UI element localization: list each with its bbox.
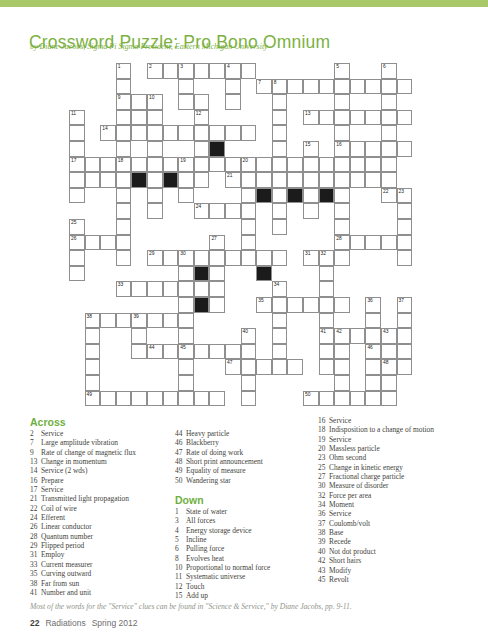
clue-text: State of water (186, 507, 227, 516)
grid-cell (147, 313, 163, 329)
black-cell (256, 188, 272, 204)
grid-cell (303, 79, 319, 95)
clue-number-label: 22 (30, 504, 41, 513)
grid-cell: 42 (334, 328, 350, 344)
clue-number-label: 2 (30, 429, 41, 438)
grid-cell (225, 94, 241, 110)
clue-text: Evolves heat (186, 554, 224, 563)
clue-across-24: 24Efferent (30, 513, 172, 522)
grid-cell (209, 63, 225, 79)
clue-number: 18 (118, 158, 123, 164)
clue-number: 40 (243, 329, 248, 335)
clue-number: 49 (87, 392, 92, 398)
clue-number-label: 41 (30, 588, 41, 597)
grid-cell (287, 297, 303, 313)
grid-cell (147, 188, 163, 204)
clue-across-26: 26Linear conductor (30, 522, 172, 531)
grid-cell (241, 188, 257, 204)
clue-number-label: 48 (175, 457, 186, 466)
clue-down-34: 34Moment (318, 500, 483, 509)
clue-number: 22 (383, 189, 388, 195)
clue-down-45: 45Revolt (318, 575, 483, 584)
grid-cell (178, 281, 194, 297)
clue-number-label: 16 (30, 476, 41, 485)
clue-number-label: 11 (175, 572, 186, 581)
grid-cell (69, 172, 85, 188)
clue-down-36: 36Service (318, 509, 483, 518)
clue-number: 6 (383, 64, 386, 70)
clue-number-label: 43 (318, 566, 329, 575)
grid-cell (85, 172, 101, 188)
grid-cell (194, 63, 210, 79)
grid-cell (209, 391, 225, 407)
clue-across-13: 13Change in momentum (30, 457, 172, 466)
black-cell (194, 266, 210, 282)
grid-cell (163, 313, 179, 329)
grid-cell (194, 94, 210, 110)
grid-cell (272, 250, 288, 266)
clue-number-label: 25 (318, 463, 329, 472)
clue-across-38: 38Far from sun (30, 579, 172, 588)
grid-cell (397, 235, 413, 251)
clue-number: 43 (383, 329, 388, 335)
grid-cell: 32 (319, 250, 335, 266)
clue-text: Transmitted light propagation (41, 494, 129, 503)
clue-text: Short hairs (329, 556, 361, 565)
grid-cell (147, 172, 163, 188)
grid-cell (365, 235, 381, 251)
grid-cell (209, 344, 225, 360)
clue-number-label: 35 (30, 569, 41, 578)
grid-cell (397, 203, 413, 219)
clue-number: 13 (305, 111, 310, 117)
grid-cell (365, 157, 381, 173)
clue-down-16: 16Service (318, 416, 483, 425)
grid-cell (100, 157, 116, 173)
grid-cell (303, 188, 319, 204)
grid-cell: 48 (381, 359, 397, 375)
grid-cell (209, 297, 225, 313)
clue-text: Moment (329, 500, 354, 509)
grid-cell (178, 79, 194, 95)
grid-cell (116, 79, 132, 95)
clue-number-label: 18 (318, 425, 329, 434)
grid-cell: 27 (209, 235, 225, 251)
grid-cell (334, 359, 350, 375)
grid-cell (178, 297, 194, 313)
grid-cell (365, 359, 381, 375)
clue-number-label: 37 (318, 519, 329, 528)
clue-across-41: 41Number and unit (30, 588, 172, 597)
down-clue-list: 1State of water3All forces4Energy storag… (175, 507, 315, 600)
grid-cell (319, 266, 335, 282)
grid-cell: 49 (85, 391, 101, 407)
grid-cell (272, 188, 288, 204)
clue-down-32: 32Force per area (318, 491, 483, 500)
clue-number: 42 (336, 329, 341, 335)
clue-down-40: 40Not dot product (318, 547, 483, 556)
grid-cell (334, 250, 350, 266)
clue-number: 35 (258, 298, 263, 304)
grid-cell: 12 (194, 110, 210, 126)
black-cell (131, 172, 147, 188)
black-cell (194, 297, 210, 313)
grid-cell (397, 79, 413, 95)
grid-cell (178, 313, 194, 329)
grid-cell (381, 110, 397, 126)
grid-cell (225, 157, 241, 173)
grid-cell (209, 266, 225, 282)
clue-down-39: 39Recede (318, 537, 483, 546)
clue-across-50: 50Wandering star (175, 476, 315, 485)
clue-down-42: 42Short hairs (318, 556, 483, 565)
clue-down-5: 5Incline (175, 535, 315, 544)
grid-cell: 39 (131, 313, 147, 329)
grid-cell (194, 125, 210, 141)
clue-text: Systematic universe (186, 572, 245, 581)
grid-cell (319, 172, 335, 188)
grid-cell (131, 328, 147, 344)
grid-cell (241, 359, 257, 375)
clue-down-25: 25Change in kinetic energy (318, 463, 483, 472)
grid-cell: 41 (319, 328, 335, 344)
grid-cell: 15 (303, 141, 319, 157)
grid-cell (194, 172, 210, 188)
grid-cell (397, 110, 413, 126)
clue-text: Service (41, 429, 63, 438)
clue-number-label: 12 (175, 582, 186, 591)
clue-number-label: 19 (318, 435, 329, 444)
clue-number: 27 (211, 236, 216, 242)
grid-cell (350, 157, 366, 173)
grid-cell (381, 157, 397, 173)
clue-text: All forces (186, 516, 215, 525)
clue-number-label: 1 (175, 507, 186, 516)
grid-cell (194, 281, 210, 297)
grid-cell: 4 (225, 63, 241, 79)
grid-cell: 47 (225, 359, 241, 375)
grid-cell (256, 172, 272, 188)
black-cell (163, 172, 179, 188)
clue-number-label: 5 (175, 535, 186, 544)
clue-down-23: 23Ohm second (318, 453, 483, 462)
grid-cell (319, 391, 335, 407)
clue-number: 9 (118, 95, 121, 101)
grid-cell: 16 (334, 141, 350, 157)
grid-cell: 50 (303, 391, 319, 407)
clue-text: Measure of disorder (329, 481, 389, 490)
grid-cell (365, 375, 381, 391)
grid-cell (209, 125, 225, 141)
grid-cell (241, 375, 257, 391)
clue-down-15: 15Add up (175, 591, 315, 600)
across-clue-list-continued: 44Heavy particle46Blackberry47Rate of do… (175, 429, 315, 485)
clue-down-10: 10Proportional to normal force (175, 563, 315, 572)
grid-cell: 33 (116, 281, 132, 297)
page-footer: 22RadiationsSpring 2012 (30, 618, 137, 628)
page-number: 22 (30, 618, 39, 628)
grid-cell (131, 125, 147, 141)
grid-cell (319, 359, 335, 375)
grid-cell (381, 94, 397, 110)
grid-cell (397, 344, 413, 360)
clue-across-9: 9Rate of change of magnetic flux (30, 448, 172, 457)
grid-cell (365, 328, 381, 344)
clue-text: Service (329, 509, 351, 518)
clue-number: 29 (149, 251, 154, 257)
grid-cell (365, 313, 381, 329)
clue-number-label: 45 (318, 575, 329, 584)
clue-text: Fractional charge particle (329, 472, 404, 481)
grid-cell (334, 188, 350, 204)
grid-cell: 2 (147, 63, 163, 79)
grid-cell: 29 (147, 250, 163, 266)
clue-text: Service (329, 435, 351, 444)
clue-number: 25 (71, 220, 76, 226)
clue-number-label: 46 (175, 438, 186, 447)
clue-down-20: 20Massless particle (318, 444, 483, 453)
grid-cell: 11 (69, 110, 85, 126)
grid-cell (256, 157, 272, 173)
grid-cell (334, 297, 350, 313)
grid-cell: 1 (116, 63, 132, 79)
grid-cell (350, 235, 366, 251)
clue-number-label: 33 (30, 560, 41, 569)
clue-text: Number and unit (41, 588, 91, 597)
grid-cell: 18 (116, 157, 132, 173)
grid-cell (241, 172, 257, 188)
grid-cell (178, 359, 194, 375)
column-spacer (175, 485, 315, 494)
grid-cell (365, 79, 381, 95)
grid-cell (272, 297, 288, 313)
clue-number: 38 (87, 314, 92, 320)
clue-down-27: 27Fractional charge particle (318, 472, 483, 481)
grid-cell (131, 281, 147, 297)
grid-cell (334, 79, 350, 95)
grid-cell (131, 391, 147, 407)
grid-cell: 31 (303, 250, 319, 266)
clue-number-label: 16 (318, 416, 329, 425)
clue-number-label: 44 (175, 429, 186, 438)
clue-text: Base (329, 528, 343, 537)
grid-cell (178, 125, 194, 141)
grid-cell (287, 157, 303, 173)
clue-text: Not dot product (329, 547, 376, 556)
clue-across-14: 14Service (2 wds) (30, 466, 172, 475)
clue-text: Prepare (41, 476, 64, 485)
grid-cell (365, 110, 381, 126)
grid-cell (272, 203, 288, 219)
grid-cell: 30 (178, 250, 194, 266)
clue-text: Energy storage device (186, 526, 252, 535)
black-cell (209, 141, 225, 157)
grid-cell (272, 219, 288, 235)
magazine-name: Radiations (45, 618, 85, 628)
grid-cell: 14 (100, 125, 116, 141)
clue-down-19: 19Service (318, 435, 483, 444)
clue-text: Quantum number (41, 532, 93, 541)
clue-number: 17 (71, 158, 76, 164)
clue-across-33: 33Current measurer (30, 560, 172, 569)
grid-cell (100, 313, 116, 329)
grid-cell (303, 203, 319, 219)
clue-number: 41 (321, 329, 326, 335)
grid-cell: 10 (147, 94, 163, 110)
grid-cell: 35 (256, 297, 272, 313)
clue-number: 7 (258, 80, 261, 86)
grid-cell (256, 250, 272, 266)
grid-cell (241, 63, 257, 79)
clue-number: 26 (71, 236, 76, 242)
clue-number: 14 (102, 126, 107, 132)
grid-cell (287, 359, 303, 375)
clue-number-label: 14 (30, 466, 41, 475)
grid-cell (319, 110, 335, 126)
clue-across-44: 44Heavy particle (175, 429, 315, 438)
grid-cell (116, 188, 132, 204)
clue-text: Incline (186, 535, 207, 544)
clue-number-label: 10 (175, 563, 186, 572)
grid-cell (163, 281, 179, 297)
clue-number: 24 (196, 204, 201, 210)
clue-number-label: 13 (30, 457, 41, 466)
clue-text: Linear conductor (41, 522, 92, 531)
byline: by Diane Jacobs, Sigma Pi Sigma Presiden… (30, 42, 268, 51)
clue-text: Service (329, 416, 351, 425)
clue-text: Touch (186, 582, 204, 591)
grid-cell (209, 281, 225, 297)
grid-cell (69, 266, 85, 282)
middle-clue-column: 44Heavy particle46Blackberry47Rate of do… (175, 429, 315, 601)
grid-cell: 45 (178, 344, 194, 360)
issue-label: Spring 2012 (92, 618, 138, 628)
grid-cell: 3 (178, 63, 194, 79)
grid-cell (381, 141, 397, 157)
black-cell (287, 188, 303, 204)
clue-text: Wandering star (186, 476, 231, 485)
clue-across-28: 28Quantum number (30, 532, 172, 541)
grid-cell (365, 391, 381, 407)
clue-number-label: 7 (30, 438, 41, 447)
grid-cell: 38 (85, 313, 101, 329)
grid-cell (272, 141, 288, 157)
grid-cell (163, 391, 179, 407)
grid-cell (319, 157, 335, 173)
grid-cell (241, 203, 257, 219)
clue-number: 20 (243, 158, 248, 164)
grid-cell (381, 125, 397, 141)
clue-text: Recede (329, 537, 351, 546)
grid-cell (116, 219, 132, 235)
grid-cell (131, 94, 147, 110)
grid-cell (334, 172, 350, 188)
grid-cell (116, 235, 132, 251)
grid-cell (241, 219, 257, 235)
grid-cell (163, 125, 179, 141)
clue-number-label: 40 (318, 547, 329, 556)
grid-cell (116, 125, 132, 141)
grid-cell (319, 313, 335, 329)
clue-number-label: 23 (318, 453, 329, 462)
grid-cell (350, 172, 366, 188)
clue-number: 8 (274, 80, 277, 86)
clue-text: Efferent (41, 513, 65, 522)
clue-text: Rate of doing work (186, 448, 243, 457)
clue-number: 19 (180, 158, 185, 164)
grid-cell (334, 375, 350, 391)
clue-down-6: 6Pulling force (175, 544, 315, 553)
clue-number-label: 50 (175, 476, 186, 485)
clue-text: Curving outward (41, 569, 91, 578)
clue-number-label: 39 (318, 537, 329, 546)
clue-down-8: 8Evolves heat (175, 554, 315, 563)
clue-number-label: 17 (30, 485, 41, 494)
grid-cell: 34 (272, 281, 288, 297)
clue-text: Equality of measure (186, 466, 246, 475)
grid-cell: 44 (147, 344, 163, 360)
grid-cell (381, 391, 397, 407)
clue-number-label: 15 (175, 591, 186, 600)
grid-cell: 24 (194, 203, 210, 219)
grid-cell (365, 172, 381, 188)
clue-number: 47 (227, 360, 232, 366)
grid-cell: 23 (397, 188, 413, 204)
grid-cell (334, 203, 350, 219)
clue-down-1: 1State of water (175, 507, 315, 516)
across-clue-list: 2Service7Large amplitude vibration9Rate … (30, 429, 172, 597)
grid-cell (334, 125, 350, 141)
clue-number-label: 4 (175, 526, 186, 535)
clue-number-label: 20 (318, 444, 329, 453)
grid-cell: 36 (365, 297, 381, 313)
grid-cell (147, 141, 163, 157)
grid-cell: 19 (178, 157, 194, 173)
grid-cell (194, 157, 210, 173)
grid-cell (365, 141, 381, 157)
clue-across-49: 49Equality of measure (175, 466, 315, 475)
clue-number: 48 (383, 360, 388, 366)
grid-cell (163, 157, 179, 173)
grid-cell (85, 235, 101, 251)
clue-text: Change in momentum (41, 457, 107, 466)
down-clue-column-continued: 16Service18Indisposition to a change of … (318, 416, 483, 584)
clue-text: Rate of change of magnetic flux (41, 448, 136, 457)
grid-cell (381, 172, 397, 188)
clue-number: 50 (305, 392, 310, 398)
grid-cell (69, 141, 85, 157)
grid-cell (131, 157, 147, 173)
grid-cell (397, 313, 413, 329)
grid-cell (350, 391, 366, 407)
grid-cell (147, 391, 163, 407)
grid-cell (334, 219, 350, 235)
grid-cell (147, 203, 163, 219)
grid-cell (303, 157, 319, 173)
clue-number: 5 (336, 64, 339, 70)
grid-cell (381, 79, 397, 95)
grid-cell (334, 344, 350, 360)
grid-cell: 9 (116, 94, 132, 110)
grid-cell: 5 (334, 63, 350, 79)
grid-cell (272, 344, 288, 360)
grid-cell: 46 (365, 344, 381, 360)
grid-cell (147, 125, 163, 141)
grid-cell: 26 (69, 235, 85, 251)
clue-number-label: 27 (318, 472, 329, 481)
grid-cell (241, 125, 257, 141)
grid-cell (272, 359, 288, 375)
